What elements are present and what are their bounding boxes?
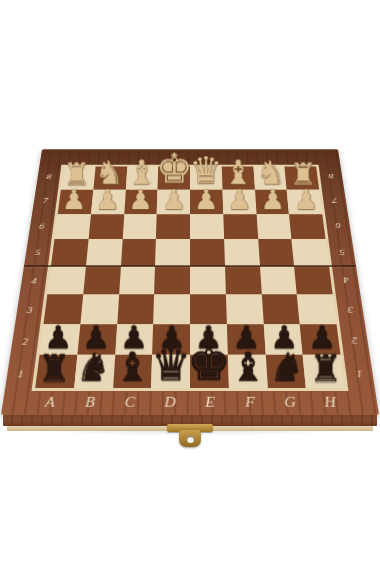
file-labels: ABCDEFGH [29,393,352,413]
white-pawn-icon: ♟ [227,186,252,214]
square-d7[interactable]: ♟ [157,190,190,214]
square-c6[interactable] [122,214,157,239]
piece-black-knight[interactable]: ♞ [76,348,111,387]
white-pawn-icon: ♟ [161,186,186,214]
black-knight-icon: ♞ [76,348,111,387]
rank-label-left-8: 8 [40,165,58,189]
chess-set-photo: ♜♞♝♚♛♝♞♜♟♟♟♟♟♟♟♟♟♟♟♟♟♟♟♟♜♞♝♛♚♝♞♜ 8765432… [0,0,380,570]
square-e6[interactable] [190,214,224,239]
rank-label-left-1: 1 [9,357,31,391]
square-e4[interactable] [190,266,226,294]
piece-white-pawn[interactable]: ♟ [95,186,120,214]
piece-black-queen[interactable]: ♛ [151,342,191,387]
file-label-g: G [269,393,311,413]
piece-black-knight[interactable]: ♞ [269,348,304,387]
chess-board: ♜♞♝♚♛♝♞♜♟♟♟♟♟♟♟♟♟♟♟♟♟♟♟♟♜♞♝♛♚♝♞♜ 8765432… [1,149,379,415]
black-rook-icon: ♜ [38,350,71,387]
piece-black-rook[interactable]: ♜ [309,350,342,387]
square-a6[interactable] [54,214,90,239]
rank-label-right-2: 2 [344,325,366,357]
rank-label-left-7: 7 [36,188,55,213]
square-h4[interactable] [294,266,332,294]
piece-black-rook[interactable]: ♜ [38,350,71,387]
square-f5[interactable] [224,239,260,266]
clasp-hole [187,436,194,443]
white-pawn-icon: ♟ [260,186,285,214]
square-b5[interactable] [86,239,122,266]
file-label-f: F [230,393,271,413]
clasp-tab [179,430,201,447]
square-d5[interactable] [155,239,190,266]
square-h1[interactable]: ♜ [303,355,345,388]
file-label-b: B [69,393,111,413]
square-g7[interactable]: ♟ [255,190,290,214]
square-c5[interactable] [121,239,157,266]
file-label-h: H [309,393,351,413]
piece-black-king[interactable]: ♚ [187,338,231,387]
piece-white-pawn[interactable]: ♟ [293,186,318,214]
square-a4[interactable] [47,266,85,294]
white-pawn-icon: ♟ [62,186,87,214]
square-f6[interactable] [223,214,258,239]
white-pawn-icon: ♟ [194,186,219,214]
piece-white-pawn[interactable]: ♟ [62,186,87,214]
piece-white-pawn[interactable]: ♟ [227,186,252,214]
square-f4[interactable] [225,266,262,294]
square-f1[interactable]: ♝ [228,355,268,388]
square-d1[interactable]: ♛ [151,355,190,388]
rank-label-right-7: 7 [325,188,344,213]
square-e7[interactable]: ♟ [190,190,223,214]
piece-black-bishop[interactable]: ♝ [230,347,266,387]
black-rook-icon: ♜ [309,350,342,387]
square-b7[interactable]: ♟ [91,190,126,214]
rank-label-right-4: 4 [336,266,356,295]
square-e5[interactable] [190,239,225,266]
square-d4[interactable] [154,266,190,294]
board-squares: ♜♞♝♚♛♝♞♜♟♟♟♟♟♟♟♟♟♟♟♟♟♟♟♟♜♞♝♛♚♝♞♜ [35,167,345,388]
rank-label-left-2: 2 [14,325,36,357]
file-label-c: C [109,393,150,413]
piece-white-pawn[interactable]: ♟ [161,186,186,214]
board-playing-area: ♜♞♝♚♛♝♞♜♟♟♟♟♟♟♟♟♟♟♟♟♟♟♟♟♜♞♝♛♚♝♞♜ [32,165,349,391]
rank-label-left-4: 4 [24,266,44,295]
rank-label-right-3: 3 [340,295,361,325]
rank-label-right-5: 5 [332,239,352,266]
square-b6[interactable] [88,214,124,239]
square-a5[interactable] [51,239,88,266]
white-pawn-icon: ♟ [293,186,318,214]
square-h7[interactable]: ♟ [287,190,322,214]
square-c4[interactable] [119,266,156,294]
rank-label-left-6: 6 [32,213,51,239]
piece-white-pawn[interactable]: ♟ [194,186,219,214]
file-label-e: E [190,393,230,413]
board-perspective-wrap: ♜♞♝♚♛♝♞♜♟♟♟♟♟♟♟♟♟♟♟♟♟♟♟♟♜♞♝♛♚♝♞♜ 8765432… [24,100,356,432]
black-knight-icon: ♞ [269,348,304,387]
square-g6[interactable] [256,214,292,239]
black-bishop-icon: ♝ [114,347,150,387]
square-g5[interactable] [258,239,294,266]
rank-label-right-8: 8 [322,165,340,189]
file-label-d: D [150,393,190,413]
rank-label-right-1: 1 [348,357,370,391]
rank-label-left-5: 5 [28,239,48,266]
square-f7[interactable]: ♟ [222,190,256,214]
square-h5[interactable] [292,239,329,266]
rank-label-right-6: 6 [329,213,348,239]
piece-black-bishop[interactable]: ♝ [114,347,150,387]
square-a7[interactable]: ♟ [58,190,93,214]
white-pawn-icon: ♟ [95,186,120,214]
square-b4[interactable] [83,266,120,294]
file-label-a: A [29,393,71,413]
white-pawn-icon: ♟ [128,186,153,214]
piece-white-pawn[interactable]: ♟ [128,186,153,214]
black-king-icon: ♚ [187,338,231,387]
square-c1[interactable]: ♝ [113,355,153,388]
square-g4[interactable] [260,266,297,294]
square-e1[interactable]: ♚ [190,355,229,388]
square-h6[interactable] [289,214,325,239]
square-g1[interactable]: ♞ [265,355,306,388]
rank-label-left-3: 3 [19,295,40,325]
square-c7[interactable]: ♟ [124,190,158,214]
piece-white-pawn[interactable]: ♟ [260,186,285,214]
black-queen-icon: ♛ [151,342,191,387]
square-d6[interactable] [156,214,190,239]
square-a1[interactable]: ♜ [35,355,77,388]
black-bishop-icon: ♝ [230,347,266,387]
square-b1[interactable]: ♞ [74,355,115,388]
